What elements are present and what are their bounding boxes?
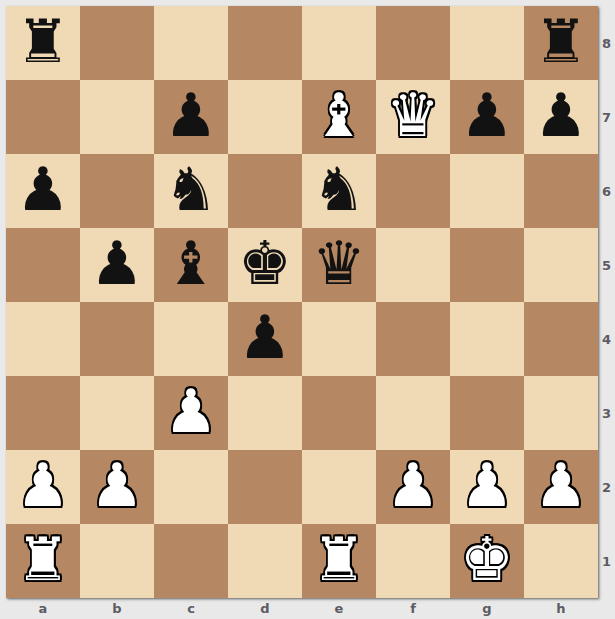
piece-white-bishop[interactable]: ♝: [312, 78, 366, 152]
square-g4[interactable]: [450, 302, 524, 376]
square-e6[interactable]: ♞: [302, 154, 376, 228]
piece-white-king[interactable]: ♚: [460, 522, 514, 596]
rank-label-8: 8: [598, 6, 615, 80]
square-f7[interactable]: ♛: [376, 80, 450, 154]
file-label-g: g: [450, 598, 524, 619]
square-b4[interactable]: [80, 302, 154, 376]
square-g1[interactable]: ♚: [450, 524, 524, 598]
square-a6[interactable]: ♟: [6, 154, 80, 228]
square-h8[interactable]: ♜: [524, 6, 598, 80]
square-f6[interactable]: [376, 154, 450, 228]
file-label-d: d: [228, 598, 302, 619]
file-label-b: b: [80, 598, 154, 619]
square-h7[interactable]: ♟: [524, 80, 598, 154]
square-e1[interactable]: ♜: [302, 524, 376, 598]
square-h4[interactable]: [524, 302, 598, 376]
square-a2[interactable]: ♟: [6, 450, 80, 524]
file-label-a: a: [6, 598, 80, 619]
square-e3[interactable]: [302, 376, 376, 450]
piece-black-pawn[interactable]: ♟: [460, 78, 514, 152]
rank-label-5: 5: [598, 228, 615, 302]
square-h3[interactable]: [524, 376, 598, 450]
square-d4[interactable]: ♟: [228, 302, 302, 376]
square-a8[interactable]: ♜: [6, 6, 80, 80]
square-b7[interactable]: [80, 80, 154, 154]
square-d2[interactable]: [228, 450, 302, 524]
square-d7[interactable]: [228, 80, 302, 154]
square-d1[interactable]: [228, 524, 302, 598]
piece-black-pawn[interactable]: ♟: [534, 78, 588, 152]
piece-black-pawn[interactable]: ♟: [90, 226, 144, 300]
chess-board[interactable]: ♜♜♟♝♛♟♟♟♞♞♟♝♚♛♟♟♟♟♟♟♟♜♜♚: [6, 6, 598, 598]
piece-white-pawn[interactable]: ♟: [90, 448, 144, 522]
rank-label-1: 1: [598, 524, 615, 598]
square-d3[interactable]: [228, 376, 302, 450]
square-b3[interactable]: [80, 376, 154, 450]
piece-black-bishop[interactable]: ♝: [164, 226, 218, 300]
square-a1[interactable]: ♜: [6, 524, 80, 598]
piece-white-pawn[interactable]: ♟: [16, 448, 70, 522]
rank-label-4: 4: [598, 302, 615, 376]
square-e5[interactable]: ♛: [302, 228, 376, 302]
square-g2[interactable]: ♟: [450, 450, 524, 524]
rank-coordinates: 87654321: [598, 6, 615, 598]
square-a7[interactable]: [6, 80, 80, 154]
rank-label-7: 7: [598, 80, 615, 154]
rank-label-2: 2: [598, 450, 615, 524]
square-a5[interactable]: [6, 228, 80, 302]
piece-black-queen[interactable]: ♛: [312, 226, 366, 300]
piece-white-rook[interactable]: ♜: [16, 522, 70, 596]
square-f2[interactable]: ♟: [376, 450, 450, 524]
square-a4[interactable]: [6, 302, 80, 376]
square-d8[interactable]: [228, 6, 302, 80]
square-g6[interactable]: [450, 154, 524, 228]
square-e7[interactable]: ♝: [302, 80, 376, 154]
piece-white-pawn[interactable]: ♟: [164, 374, 218, 448]
piece-black-king[interactable]: ♚: [238, 226, 292, 300]
piece-black-knight[interactable]: ♞: [312, 152, 366, 226]
square-f5[interactable]: [376, 228, 450, 302]
file-label-e: e: [302, 598, 376, 619]
square-g8[interactable]: [450, 6, 524, 80]
square-f3[interactable]: [376, 376, 450, 450]
square-h5[interactable]: [524, 228, 598, 302]
piece-white-queen[interactable]: ♛: [386, 78, 440, 152]
square-b6[interactable]: [80, 154, 154, 228]
file-coordinates: abcdefgh: [6, 598, 598, 619]
square-c5[interactable]: ♝: [154, 228, 228, 302]
square-e4[interactable]: [302, 302, 376, 376]
square-c6[interactable]: ♞: [154, 154, 228, 228]
square-b5[interactable]: ♟: [80, 228, 154, 302]
square-b1[interactable]: [80, 524, 154, 598]
square-c4[interactable]: [154, 302, 228, 376]
square-c1[interactable]: [154, 524, 228, 598]
piece-black-pawn[interactable]: ♟: [16, 152, 70, 226]
piece-black-rook[interactable]: ♜: [16, 4, 70, 78]
square-f1[interactable]: [376, 524, 450, 598]
square-d5[interactable]: ♚: [228, 228, 302, 302]
piece-black-pawn[interactable]: ♟: [164, 78, 218, 152]
file-label-h: h: [524, 598, 598, 619]
square-d6[interactable]: [228, 154, 302, 228]
chess-board-wrapper: ♜♜♟♝♛♟♟♟♞♞♟♝♚♛♟♟♟♟♟♟♟♜♜♚: [6, 6, 598, 598]
square-c8[interactable]: [154, 6, 228, 80]
rank-label-6: 6: [598, 154, 615, 228]
square-h2[interactable]: ♟: [524, 450, 598, 524]
square-a3[interactable]: [6, 376, 80, 450]
piece-black-pawn[interactable]: ♟: [238, 300, 292, 374]
file-label-c: c: [154, 598, 228, 619]
piece-black-rook[interactable]: ♜: [534, 4, 588, 78]
square-g7[interactable]: ♟: [450, 80, 524, 154]
square-b8[interactable]: [80, 6, 154, 80]
piece-white-pawn[interactable]: ♟: [386, 448, 440, 522]
square-e8[interactable]: [302, 6, 376, 80]
square-c3[interactable]: ♟: [154, 376, 228, 450]
piece-white-rook[interactable]: ♜: [312, 522, 366, 596]
piece-black-knight[interactable]: ♞: [164, 152, 218, 226]
square-b2[interactable]: ♟: [80, 450, 154, 524]
piece-white-pawn[interactable]: ♟: [460, 448, 514, 522]
square-h6[interactable]: [524, 154, 598, 228]
square-g3[interactable]: [450, 376, 524, 450]
square-f4[interactable]: [376, 302, 450, 376]
square-c7[interactable]: ♟: [154, 80, 228, 154]
rank-label-3: 3: [598, 376, 615, 450]
square-c2[interactable]: [154, 450, 228, 524]
square-h1[interactable]: [524, 524, 598, 598]
square-f8[interactable]: [376, 6, 450, 80]
square-g5[interactable]: [450, 228, 524, 302]
square-e2[interactable]: [302, 450, 376, 524]
piece-white-pawn[interactable]: ♟: [534, 448, 588, 522]
file-label-f: f: [376, 598, 450, 619]
